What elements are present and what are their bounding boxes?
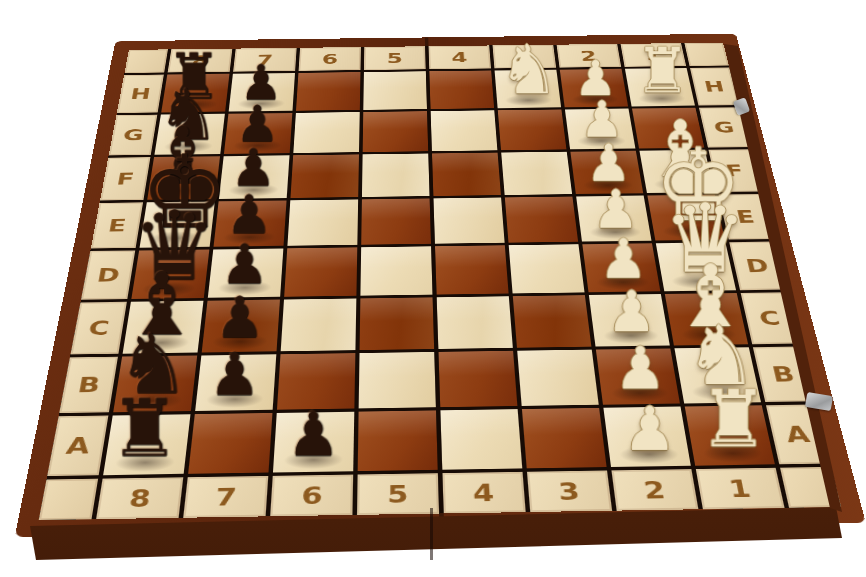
square-f3[interactable] <box>501 152 572 195</box>
piece-white-pawn-d2[interactable]: ♟ <box>588 233 660 285</box>
piece-white-rook-a1[interactable]: ♜ <box>694 382 774 457</box>
wood-sheen <box>501 152 572 195</box>
board-corner <box>39 479 98 520</box>
wood-sheen <box>359 352 436 408</box>
piece-black-rook-a8[interactable]: ♜ <box>104 391 184 466</box>
wood-sheen <box>363 111 429 152</box>
square-a2[interactable]: ♟ <box>603 407 690 467</box>
label-rank-2-bottom: 2 <box>611 469 698 510</box>
label-rank-3-bottom: 3 <box>527 470 612 512</box>
label-rank-6-bottom: 6 <box>270 475 353 517</box>
square-e5[interactable] <box>361 198 431 244</box>
label-rank-5-bottom: 5 <box>357 473 439 515</box>
wood-sheen <box>358 410 438 471</box>
square-d5[interactable] <box>360 246 432 295</box>
wood-sheen <box>290 154 358 197</box>
piece-white-pawn-c2[interactable]: ♟ <box>594 285 668 339</box>
wood-sheen <box>522 408 607 468</box>
square-g3[interactable] <box>498 109 567 150</box>
wood-sheen <box>188 413 272 474</box>
wood-sheen <box>440 409 522 470</box>
wood-sheen <box>287 199 358 245</box>
square-h1[interactable]: ♜ <box>625 68 695 106</box>
piece-black-pawn-c7[interactable]: ♟ <box>202 291 276 345</box>
label-rank-4-bottom: 4 <box>442 472 525 514</box>
square-a7[interactable] <box>188 413 272 474</box>
square-a3[interactable] <box>522 408 607 468</box>
wood-sheen <box>513 295 592 348</box>
square-a5[interactable] <box>358 410 438 471</box>
front-edge-seam <box>430 508 433 560</box>
label-rank-1-bottom: 1 <box>696 468 785 509</box>
label-rank-6-top: 6 <box>299 47 361 71</box>
square-c3[interactable] <box>513 295 592 348</box>
square-d4[interactable] <box>435 245 509 294</box>
square-d6[interactable] <box>284 247 357 296</box>
piece-white-pawn-b2[interactable]: ♟ <box>602 341 679 397</box>
wood-sheen <box>432 153 501 196</box>
square-c5[interactable] <box>360 297 435 350</box>
wood-sheen <box>361 198 431 244</box>
square-e3[interactable] <box>505 197 578 243</box>
label-file-h-right: H <box>690 68 739 106</box>
wood-sheen <box>437 296 513 349</box>
label-rank-4-top: 4 <box>428 45 491 69</box>
square-f5[interactable] <box>362 154 430 197</box>
wood-sheen <box>296 72 360 111</box>
piece-black-pawn-d7[interactable]: ♟ <box>209 238 281 290</box>
wood-sheen <box>433 197 504 243</box>
wood-sheen <box>281 298 357 351</box>
piece-black-pawn-b7[interactable]: ♟ <box>196 347 273 403</box>
wood-sheen <box>284 247 357 296</box>
square-e4[interactable] <box>433 197 504 243</box>
square-a1[interactable]: ♜ <box>685 405 775 465</box>
piece-white-pawn-a2[interactable]: ♟ <box>610 400 690 458</box>
wood-sheen <box>293 112 359 153</box>
chess-set-photo: 87654321H♜♟♞♟♜HG♞♟♟GF♝♟♟♝FE♚♟♟♚ED♛♟♟♛DC♝… <box>0 0 866 577</box>
wood-sheen <box>505 197 578 243</box>
square-h4[interactable] <box>429 70 494 109</box>
square-f4[interactable] <box>432 153 501 196</box>
square-c4[interactable] <box>437 296 513 349</box>
wood-sheen <box>435 245 509 294</box>
piece-white-knight-h3[interactable]: ♞ <box>497 38 560 103</box>
square-b3[interactable] <box>517 350 599 406</box>
label-rank-7-bottom: 7 <box>183 476 268 518</box>
square-b5[interactable] <box>359 352 436 408</box>
wood-sheen <box>362 154 430 197</box>
label-file-a-right: A <box>766 405 830 465</box>
piece-white-rook-h1[interactable]: ♜ <box>631 41 694 101</box>
square-g4[interactable] <box>431 110 498 151</box>
wood-sheen <box>431 110 498 151</box>
piece-black-pawn-a6[interactable]: ♟ <box>273 406 353 464</box>
square-b4[interactable] <box>438 351 517 407</box>
wood-sheen <box>360 297 435 350</box>
square-b7[interactable]: ♟ <box>195 354 276 411</box>
wood-sheen <box>509 244 585 293</box>
wood-sheen <box>363 71 427 110</box>
square-h6[interactable] <box>296 72 360 111</box>
square-g6[interactable] <box>293 112 359 153</box>
square-a6[interactable]: ♟ <box>273 412 354 473</box>
wood-sheen <box>429 70 494 109</box>
wood-sheen <box>498 109 567 150</box>
wood-sheen <box>517 350 599 406</box>
square-c6[interactable] <box>281 298 357 351</box>
label-rank-8-bottom: 8 <box>96 477 183 519</box>
wood-sheen <box>360 246 432 295</box>
wood-sheen <box>438 351 517 407</box>
square-g5[interactable] <box>363 111 429 152</box>
label-rank-5-top: 5 <box>364 46 426 70</box>
square-f6[interactable] <box>290 154 358 197</box>
board-corner <box>780 467 841 508</box>
square-d3[interactable] <box>509 244 585 293</box>
label-file-a-left: A <box>47 415 108 476</box>
square-a8[interactable]: ♜ <box>103 414 190 475</box>
square-a4[interactable] <box>440 409 522 470</box>
square-h5[interactable] <box>363 71 427 110</box>
square-h3[interactable]: ♞ <box>495 70 562 108</box>
square-e6[interactable] <box>287 199 358 245</box>
